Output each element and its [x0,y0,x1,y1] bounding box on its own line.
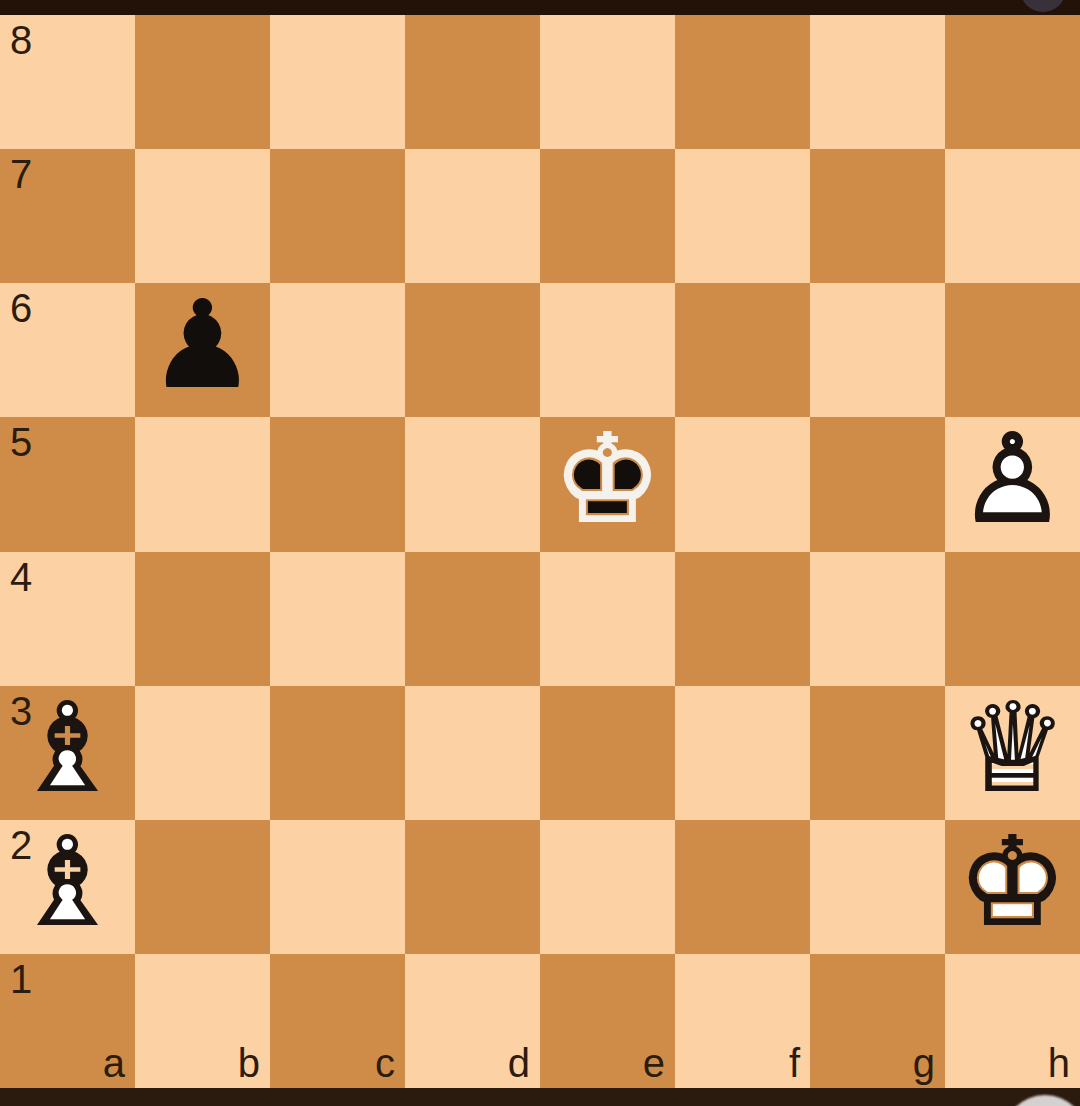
file-label-f: f [789,1043,800,1083]
square-a5[interactable]: 5 [0,417,135,551]
square-e7[interactable] [540,149,675,283]
square-h6[interactable] [945,283,1080,417]
square-c8[interactable] [270,15,405,149]
square-a4[interactable]: 4 [0,552,135,686]
white-bishop-a2[interactable]: ♝♗ [0,820,135,954]
king-outline-icon: ♔ [553,419,662,541]
square-h1[interactable]: h [945,954,1080,1088]
square-g6[interactable] [810,283,945,417]
square-h3[interactable]: ♛♕ [945,686,1080,820]
square-e6[interactable] [540,283,675,417]
file-label-e: e [643,1043,665,1083]
square-h7[interactable] [945,149,1080,283]
square-a7[interactable]: 7 [0,149,135,283]
square-e1[interactable]: e [540,954,675,1088]
bishop-outline-icon: ♗ [13,687,122,809]
square-f5[interactable] [675,417,810,551]
white-king-h2[interactable]: ♚♔ [945,820,1080,954]
bishop-outline-icon: ♗ [13,821,122,943]
square-h2[interactable]: ♚♔ [945,820,1080,954]
square-f4[interactable] [675,552,810,686]
square-e5[interactable]: ♚♔ [540,417,675,551]
partial-circle-button-bottom[interactable] [1003,1095,1080,1106]
white-queen-h3[interactable]: ♛♕ [945,686,1080,820]
square-d2[interactable] [405,820,540,954]
file-label-b: b [238,1043,260,1083]
square-e3[interactable] [540,686,675,820]
square-g3[interactable] [810,686,945,820]
rank-label-4: 4 [10,557,32,597]
square-a3[interactable]: 3♝♗ [0,686,135,820]
square-f7[interactable] [675,149,810,283]
square-g2[interactable] [810,820,945,954]
rank-label-6: 6 [10,288,32,328]
partial-circle-ui-top [1020,0,1066,12]
square-d1[interactable]: d [405,954,540,1088]
square-d3[interactable] [405,686,540,820]
file-label-a: a [103,1043,125,1083]
square-h5[interactable]: ♟♙ [945,417,1080,551]
square-a1[interactable]: 1a [0,954,135,1088]
square-e8[interactable] [540,15,675,149]
square-c5[interactable] [270,417,405,551]
square-f6[interactable] [675,283,810,417]
black-king-e5[interactable]: ♚♔ [540,417,675,551]
square-g8[interactable] [810,15,945,149]
pawn-outline-icon: ♙ [958,419,1067,541]
square-a8[interactable]: 8 [0,15,135,149]
square-d7[interactable] [405,149,540,283]
square-c3[interactable] [270,686,405,820]
square-b3[interactable] [135,686,270,820]
square-e2[interactable] [540,820,675,954]
file-label-g: g [913,1043,935,1083]
rank-label-8: 8 [10,20,32,60]
queen-outline-icon: ♕ [958,687,1067,809]
square-g1[interactable]: g [810,954,945,1088]
square-c6[interactable] [270,283,405,417]
square-c4[interactable] [270,552,405,686]
square-g4[interactable] [810,552,945,686]
square-g5[interactable] [810,417,945,551]
square-b4[interactable] [135,552,270,686]
square-h8[interactable] [945,15,1080,149]
square-c2[interactable] [270,820,405,954]
square-a6[interactable]: 6 [0,283,135,417]
square-d8[interactable] [405,15,540,149]
square-b7[interactable] [135,149,270,283]
square-b1[interactable]: b [135,954,270,1088]
square-c1[interactable]: c [270,954,405,1088]
square-d5[interactable] [405,417,540,551]
square-d6[interactable] [405,283,540,417]
square-b5[interactable] [135,417,270,551]
bottom-letterbox-bar [0,1088,1080,1106]
rank-label-7: 7 [10,154,32,194]
square-b6[interactable]: ♟ [135,283,270,417]
white-bishop-a3[interactable]: ♝♗ [0,686,135,820]
square-f8[interactable] [675,15,810,149]
file-label-c: c [375,1043,395,1083]
chess-board[interactable]: 876♟5♚♔♟♙43♝♗♛♕2♝♗♚♔1abcdefgh [0,15,1080,1088]
square-c7[interactable] [270,149,405,283]
file-label-d: d [508,1043,530,1083]
king-outline-icon: ♔ [958,821,1067,943]
file-label-h: h [1048,1043,1070,1083]
rank-label-1: 1 [10,959,32,999]
square-h4[interactable] [945,552,1080,686]
square-f3[interactable] [675,686,810,820]
square-g7[interactable] [810,149,945,283]
rank-label-5: 5 [10,422,32,462]
pawn-icon: ♟ [148,284,257,406]
square-b8[interactable] [135,15,270,149]
top-letterbox-bar [0,0,1080,15]
square-a2[interactable]: 2♝♗ [0,820,135,954]
square-b2[interactable] [135,820,270,954]
square-e4[interactable] [540,552,675,686]
black-pawn-b6[interactable]: ♟ [135,283,270,417]
white-pawn-h5[interactable]: ♟♙ [945,417,1080,551]
square-d4[interactable] [405,552,540,686]
square-f1[interactable]: f [675,954,810,1088]
square-f2[interactable] [675,820,810,954]
